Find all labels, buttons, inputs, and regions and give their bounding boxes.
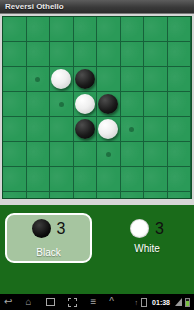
white-score-row: 3 [112,219,182,238]
board-cell-f7[interactable] [121,167,145,192]
board-cell-e1[interactable] [97,17,121,42]
black-player-box: 3 Black [5,213,92,263]
white-disc [75,94,95,114]
home-icon[interactable]: ⌂ [25,294,31,310]
back-icon[interactable]: ↩ [4,294,12,310]
board-cell-c2[interactable] [50,42,74,67]
white-player-label: White [112,243,182,254]
board-cell-b6[interactable] [27,142,51,167]
board-cell-b8[interactable] [27,192,51,199]
board-cell-a5[interactable] [3,117,27,142]
board-cell-f4[interactable] [121,92,145,117]
board-cell-e3[interactable] [97,67,121,92]
board-cell-d5[interactable] [74,117,98,142]
board-cell-b4[interactable] [27,92,51,117]
app-screen: Reversi Othello 3 Black 3 White ↩ ⌂ ≡ [0,0,194,310]
board-cell-g1[interactable] [144,17,168,42]
black-score-row: 3 [7,219,90,238]
score-panel: 3 Black 3 White [0,205,194,294]
black-disc [98,94,118,114]
board-cell-h4[interactable] [168,92,192,117]
board-cell-f2[interactable] [121,42,145,67]
black-player-label: Black [7,247,90,258]
board-cell-b3[interactable] [27,67,51,92]
board-cell-h3[interactable] [168,67,192,92]
app-title: Reversi Othello [5,2,64,11]
board-cell-d3[interactable] [74,67,98,92]
valid-move-dot-f5[interactable] [129,127,134,132]
board-cell-a1[interactable] [3,17,27,42]
white-disc-icon [130,219,149,238]
titlebar: Reversi Othello [0,0,194,14]
board-cell-f5[interactable] [121,117,145,142]
recent-apps-icon[interactable] [46,298,55,306]
board-cell-c7[interactable] [50,167,74,192]
board-cell-g4[interactable] [144,92,168,117]
board-cell-b5[interactable] [27,117,51,142]
board-cell-f1[interactable] [121,17,145,42]
board [2,16,192,199]
navbar-left: ↩ ⌂ ≡ ^ [4,294,114,310]
board-cell-e5[interactable] [97,117,121,142]
signal-icon [175,298,182,306]
board-cell-c3[interactable] [50,67,74,92]
board-cell-h8[interactable] [168,192,192,199]
battery-icon [185,298,190,307]
board-cell-e2[interactable] [97,42,121,67]
board-cell-d4[interactable] [74,92,98,117]
navbar-status-area: ↑ 01:38 [135,298,190,307]
board-cell-d6[interactable] [74,142,98,167]
black-disc [75,119,95,139]
valid-move-dot-b3[interactable] [35,77,40,82]
white-player-group: 3 White [112,219,182,254]
collapse-icon[interactable]: ^ [109,294,114,310]
board-cell-d8[interactable] [74,192,98,199]
board-cell-c8[interactable] [50,192,74,199]
board-cell-d1[interactable] [74,17,98,42]
board-cell-a4[interactable] [3,92,27,117]
white-score: 3 [155,220,164,238]
android-navbar: ↩ ⌂ ≡ ^ ↑ 01:38 [0,294,194,310]
clock[interactable]: 01:38 [152,299,170,306]
upload-status-icon: ↑ [135,299,139,306]
board-cell-c4[interactable] [50,92,74,117]
board-cell-d2[interactable] [74,42,98,67]
black-score: 3 [57,220,66,238]
menu-icon[interactable]: ≡ [90,294,96,310]
board-cell-c1[interactable] [50,17,74,42]
board-cell-h1[interactable] [168,17,192,42]
valid-move-dot-c4[interactable] [59,102,64,107]
board-cell-f3[interactable] [121,67,145,92]
board-cell-a3[interactable] [3,67,27,92]
board-cell-g8[interactable] [144,192,168,199]
screenshot-icon[interactable] [68,298,77,307]
board-cell-g2[interactable] [144,42,168,67]
board-cell-b1[interactable] [27,17,51,42]
board-cell-d7[interactable] [74,167,98,192]
board-cell-a2[interactable] [3,42,27,67]
board-cell-h6[interactable] [168,142,192,167]
board-cell-e6[interactable] [97,142,121,167]
board-cell-b2[interactable] [27,42,51,67]
board-cell-e4[interactable] [97,92,121,117]
board-frame [0,14,194,205]
board-cell-e8[interactable] [97,192,121,199]
board-cell-a7[interactable] [3,167,27,192]
black-disc-icon [32,219,51,238]
board-cell-g7[interactable] [144,167,168,192]
board-cell-h5[interactable] [168,117,192,142]
board-cell-g5[interactable] [144,117,168,142]
board-cell-e7[interactable] [97,167,121,192]
board-cell-g3[interactable] [144,67,168,92]
white-disc [98,119,118,139]
white-disc [51,69,71,89]
board-cell-g6[interactable] [144,142,168,167]
black-disc [75,69,95,89]
board-cell-c6[interactable] [50,142,74,167]
board-cell-c5[interactable] [50,117,74,142]
board-cell-f8[interactable] [121,192,145,199]
board-cell-f6[interactable] [121,142,145,167]
board-cell-h2[interactable] [168,42,192,67]
board-cell-b7[interactable] [27,167,51,192]
board-cell-h7[interactable] [168,167,192,192]
board-cell-a8[interactable] [3,192,27,199]
valid-move-dot-e6[interactable] [106,152,111,157]
board-cell-a6[interactable] [3,142,27,167]
storage-status-icon [141,298,147,307]
